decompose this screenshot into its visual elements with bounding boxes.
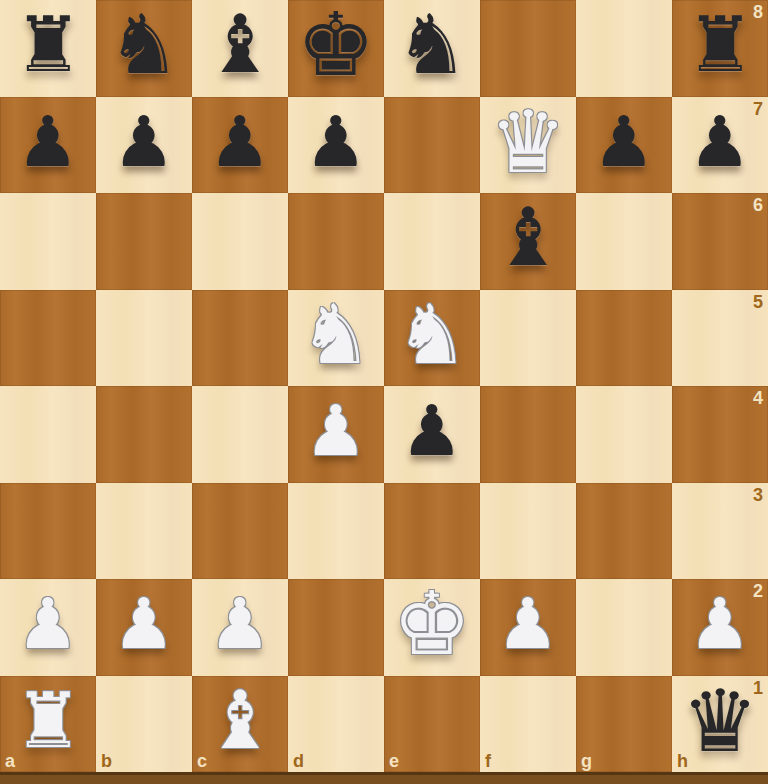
file-label-f: f (485, 752, 491, 770)
chess-app: ♜♞♝♚♞8♜♟♟♟♟♛♟7♟♝6♞♞5♟♟43♟♟♟♚♟2♟a♜bc♝defg… (0, 0, 768, 784)
square-a8[interactable]: ♜ (0, 0, 96, 97)
white-rook-a1[interactable]: ♜ (14, 683, 82, 759)
square-g7[interactable]: ♟ (576, 97, 672, 194)
square-f1[interactable]: f (480, 676, 576, 773)
square-c2[interactable]: ♟ (192, 579, 288, 676)
square-d7[interactable]: ♟ (288, 97, 384, 194)
square-g8[interactable] (576, 0, 672, 97)
square-g6[interactable] (576, 193, 672, 290)
square-e1[interactable]: e (384, 676, 480, 773)
black-knight-e8[interactable]: ♞ (395, 4, 469, 86)
square-g3[interactable] (576, 483, 672, 580)
square-e3[interactable] (384, 483, 480, 580)
square-c3[interactable] (192, 483, 288, 580)
black-pawn-g7[interactable]: ♟ (593, 107, 656, 177)
square-b4[interactable] (96, 386, 192, 483)
black-rook-h8[interactable]: ♜ (686, 7, 754, 83)
square-h4[interactable]: 4 (672, 386, 768, 483)
square-d6[interactable] (288, 193, 384, 290)
square-a3[interactable] (0, 483, 96, 580)
black-bishop-c8[interactable]: ♝ (204, 5, 276, 85)
square-h2[interactable]: 2♟ (672, 579, 768, 676)
square-f6[interactable]: ♝ (480, 193, 576, 290)
square-b6[interactable] (96, 193, 192, 290)
rank-label-2: 2 (753, 582, 763, 600)
file-label-e: e (389, 752, 399, 770)
rank-label-7: 7 (753, 100, 763, 118)
square-b1[interactable]: b (96, 676, 192, 773)
board-frame-bottom (0, 772, 768, 784)
white-pawn-b2[interactable]: ♟ (113, 589, 176, 659)
square-f7[interactable]: ♛ (480, 97, 576, 194)
white-bishop-c1[interactable]: ♝ (204, 681, 276, 761)
rank-label-8: 8 (753, 3, 763, 21)
white-pawn-a2[interactable]: ♟ (17, 589, 80, 659)
square-b5[interactable] (96, 290, 192, 387)
square-f8[interactable] (480, 0, 576, 97)
black-bishop-f6[interactable]: ♝ (492, 198, 564, 278)
square-d4[interactable]: ♟ (288, 386, 384, 483)
white-queen-f7[interactable]: ♛ (489, 99, 566, 185)
square-h3[interactable]: 3 (672, 483, 768, 580)
black-queen-h1[interactable]: ♛ (681, 678, 758, 764)
square-d5[interactable]: ♞ (288, 290, 384, 387)
square-a2[interactable]: ♟ (0, 579, 96, 676)
square-f5[interactable] (480, 290, 576, 387)
square-h1[interactable]: 1h♛ (672, 676, 768, 773)
square-e7[interactable] (384, 97, 480, 194)
rank-label-3: 3 (753, 486, 763, 504)
square-a1[interactable]: a♜ (0, 676, 96, 773)
black-pawn-a7[interactable]: ♟ (17, 107, 80, 177)
square-g4[interactable] (576, 386, 672, 483)
square-d1[interactable]: d (288, 676, 384, 773)
square-b7[interactable]: ♟ (96, 97, 192, 194)
white-pawn-f2[interactable]: ♟ (497, 589, 560, 659)
square-h5[interactable]: 5 (672, 290, 768, 387)
square-d8[interactable]: ♚ (288, 0, 384, 97)
rank-label-4: 4 (753, 389, 763, 407)
square-c5[interactable] (192, 290, 288, 387)
square-e8[interactable]: ♞ (384, 0, 480, 97)
square-c7[interactable]: ♟ (192, 97, 288, 194)
square-e2[interactable]: ♚ (384, 579, 480, 676)
square-g2[interactable] (576, 579, 672, 676)
white-pawn-c2[interactable]: ♟ (209, 589, 272, 659)
rank-label-6: 6 (753, 196, 763, 214)
square-d2[interactable] (288, 579, 384, 676)
square-a4[interactable] (0, 386, 96, 483)
square-a6[interactable] (0, 193, 96, 290)
black-rook-a8[interactable]: ♜ (14, 7, 82, 83)
square-e5[interactable]: ♞ (384, 290, 480, 387)
square-c1[interactable]: c♝ (192, 676, 288, 773)
square-e4[interactable]: ♟ (384, 386, 480, 483)
square-e6[interactable] (384, 193, 480, 290)
square-c4[interactable] (192, 386, 288, 483)
square-h6[interactable]: 6 (672, 193, 768, 290)
white-knight-e5[interactable]: ♞ (395, 294, 469, 376)
square-a7[interactable]: ♟ (0, 97, 96, 194)
square-a5[interactable] (0, 290, 96, 387)
square-c8[interactable]: ♝ (192, 0, 288, 97)
file-label-g: g (581, 752, 592, 770)
black-knight-b8[interactable]: ♞ (107, 4, 181, 86)
square-c6[interactable] (192, 193, 288, 290)
black-king-d8[interactable]: ♚ (297, 1, 376, 89)
square-h8[interactable]: 8♜ (672, 0, 768, 97)
square-f3[interactable] (480, 483, 576, 580)
square-b8[interactable]: ♞ (96, 0, 192, 97)
black-pawn-b7[interactable]: ♟ (113, 107, 176, 177)
white-pawn-d4[interactable]: ♟ (305, 396, 368, 466)
square-b3[interactable] (96, 483, 192, 580)
black-pawn-e4[interactable]: ♟ (401, 396, 464, 466)
chess-board: ♜♞♝♚♞8♜♟♟♟♟♛♟7♟♝6♞♞5♟♟43♟♟♟♚♟2♟a♜bc♝defg… (0, 0, 768, 772)
square-f2[interactable]: ♟ (480, 579, 576, 676)
square-d3[interactable] (288, 483, 384, 580)
square-g1[interactable]: g (576, 676, 672, 773)
square-f4[interactable] (480, 386, 576, 483)
square-h7[interactable]: 7♟ (672, 97, 768, 194)
square-b2[interactable]: ♟ (96, 579, 192, 676)
black-pawn-c7[interactable]: ♟ (209, 107, 272, 177)
black-pawn-h7[interactable]: ♟ (689, 107, 752, 177)
white-pawn-h2[interactable]: ♟ (689, 589, 752, 659)
black-pawn-d7[interactable]: ♟ (305, 107, 368, 177)
white-king-e2[interactable]: ♚ (393, 580, 472, 668)
rank-label-5: 5 (753, 293, 763, 311)
square-g5[interactable] (576, 290, 672, 387)
file-label-d: d (293, 752, 304, 770)
file-label-b: b (101, 752, 112, 770)
white-knight-d5[interactable]: ♞ (299, 294, 373, 376)
